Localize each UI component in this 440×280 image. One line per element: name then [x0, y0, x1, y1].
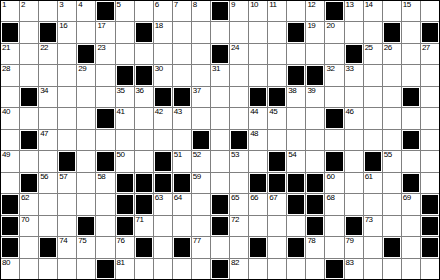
- cell-r10c20[interactable]: [364, 194, 382, 214]
- cell-r6c19[interactable]: 46: [345, 108, 363, 128]
- cell-r4c10[interactable]: [173, 65, 191, 85]
- cell-r10c13[interactable]: 65: [230, 194, 248, 214]
- cell-r10c18[interactable]: 68: [325, 194, 343, 214]
- cell-r12c9[interactable]: [154, 237, 172, 257]
- clue-number-42: 42: [155, 108, 163, 116]
- cell-r3c3[interactable]: 22: [39, 44, 57, 64]
- cell-r8c5[interactable]: [77, 151, 95, 171]
- cell-r7c19[interactable]: [345, 130, 363, 150]
- cell-r10c2[interactable]: 62: [20, 194, 38, 214]
- cell-r4c15[interactable]: [268, 65, 286, 85]
- cell-r13c15[interactable]: [268, 259, 286, 279]
- clue-number-67: 67: [269, 194, 277, 202]
- clue-number-14: 14: [365, 1, 373, 9]
- cell-r8c14[interactable]: [249, 151, 267, 171]
- cell-r3c21[interactable]: 26: [383, 44, 401, 64]
- cell-r6c7[interactable]: 41: [116, 108, 134, 128]
- cell-r12c12[interactable]: [211, 237, 229, 257]
- cell-r1c2[interactable]: 2: [20, 1, 38, 21]
- black-cell-r1c6: [96, 1, 114, 21]
- black-cell-r9c17: [306, 173, 324, 193]
- black-cell-r12c14: [249, 237, 267, 257]
- clue-number-57: 57: [59, 173, 67, 181]
- clue-number-77: 77: [193, 237, 201, 245]
- cell-r5c1[interactable]: [1, 87, 19, 107]
- cell-r13c22[interactable]: [402, 259, 420, 279]
- black-cell-r11c7: [116, 216, 134, 236]
- cell-r12c6[interactable]: [96, 237, 114, 257]
- clue-number-56: 56: [40, 173, 48, 181]
- clue-number-52: 52: [193, 151, 201, 159]
- cell-r3c7[interactable]: [116, 44, 134, 64]
- cell-r1c5[interactable]: 4: [77, 1, 95, 21]
- black-cell-r9c10: [173, 173, 191, 193]
- cell-r6c22[interactable]: [402, 108, 420, 128]
- cell-r4c1[interactable]: 28: [1, 65, 19, 85]
- cell-r2c10[interactable]: [173, 22, 191, 42]
- cell-r7c18[interactable]: [325, 130, 343, 150]
- cell-r12c11[interactable]: 77: [192, 237, 210, 257]
- black-cell-r8c18: [325, 151, 343, 171]
- cell-r12c15[interactable]: [268, 237, 286, 257]
- cell-r1c7[interactable]: 5: [116, 1, 134, 21]
- cell-r6c12[interactable]: [211, 108, 229, 128]
- cell-r1c22[interactable]: 15: [402, 1, 420, 21]
- black-cell-r9c2: [20, 173, 38, 193]
- clue-number-81: 81: [117, 259, 125, 267]
- cell-r11c15[interactable]: [268, 216, 286, 236]
- cell-r4c13[interactable]: [230, 65, 248, 85]
- cell-r6c15[interactable]: 45: [268, 108, 286, 128]
- cell-r13c8[interactable]: [135, 259, 153, 279]
- cell-r10c15[interactable]: 67: [268, 194, 286, 214]
- cell-r11c6[interactable]: [96, 216, 114, 236]
- cell-r8c1[interactable]: 49: [1, 151, 19, 171]
- cell-r13c7[interactable]: 81: [116, 259, 134, 279]
- cell-r13c2[interactable]: [20, 259, 38, 279]
- black-cell-r3c5: [77, 44, 95, 64]
- clue-number-53: 53: [231, 151, 239, 159]
- cell-r4c11[interactable]: [192, 65, 210, 85]
- clue-number-9: 9: [231, 1, 235, 9]
- cell-r2c4[interactable]: 16: [58, 22, 76, 42]
- cell-r13c9[interactable]: [154, 259, 172, 279]
- clue-number-40: 40: [2, 108, 10, 116]
- cell-r6c20[interactable]: [364, 108, 382, 128]
- clue-number-58: 58: [97, 173, 105, 181]
- cell-r1c21[interactable]: [383, 1, 401, 21]
- clue-number-64: 64: [174, 194, 182, 202]
- black-cell-r11c19: [345, 216, 363, 236]
- cell-r2c22[interactable]: [402, 22, 420, 42]
- black-cell-r7c2: [20, 130, 38, 150]
- clue-number-38: 38: [288, 87, 296, 95]
- cell-r7c21[interactable]: [383, 130, 401, 150]
- clue-number-61: 61: [365, 173, 373, 181]
- cell-r10c19[interactable]: [345, 194, 363, 214]
- cell-r7c4[interactable]: [58, 130, 76, 150]
- cell-r5c5[interactable]: [77, 87, 95, 107]
- cell-r13c23[interactable]: [421, 259, 439, 279]
- clue-number-41: 41: [117, 108, 125, 116]
- clue-number-34: 34: [40, 87, 48, 95]
- cell-r2c17[interactable]: 19: [306, 22, 324, 42]
- cell-r12c19[interactable]: 79: [345, 237, 363, 257]
- cell-r6c1[interactable]: 40: [1, 108, 19, 128]
- cell-r12c5[interactable]: 75: [77, 237, 95, 257]
- black-cell-r1c18: [325, 1, 343, 21]
- clue-number-74: 74: [59, 237, 67, 245]
- cell-r2c7[interactable]: [116, 22, 134, 42]
- cell-r6c14[interactable]: 44: [249, 108, 267, 128]
- cell-r11c2[interactable]: 70: [20, 216, 38, 236]
- clue-number-24: 24: [231, 44, 239, 52]
- cell-r9c19[interactable]: [345, 173, 363, 193]
- cell-r10c14[interactable]: 66: [249, 194, 267, 214]
- clue-number-68: 68: [326, 194, 334, 202]
- cell-r4c6[interactable]: [96, 65, 114, 85]
- cell-r5c11[interactable]: 37: [192, 87, 210, 107]
- cell-r2c14[interactable]: [249, 22, 267, 42]
- cell-r6c21[interactable]: [383, 108, 401, 128]
- black-cell-r8c9: [154, 151, 172, 171]
- cell-r1c20[interactable]: 14: [364, 1, 382, 21]
- cell-r4c22[interactable]: [402, 65, 420, 85]
- cell-r11c18[interactable]: [325, 216, 343, 236]
- cell-r7c7[interactable]: [116, 130, 134, 150]
- cell-r5c12[interactable]: [211, 87, 229, 107]
- cell-r6c5[interactable]: [77, 108, 95, 128]
- cell-r8c21[interactable]: 55: [383, 151, 401, 171]
- cell-r12c2[interactable]: [20, 237, 38, 257]
- clue-number-26: 26: [384, 44, 392, 52]
- cell-r9c11[interactable]: 59: [192, 173, 210, 193]
- cell-r10c22[interactable]: 69: [402, 194, 420, 214]
- cell-r5c17[interactable]: 39: [306, 87, 324, 107]
- cell-r4c19[interactable]: 33: [345, 65, 363, 85]
- black-cell-r12c16: [287, 237, 305, 257]
- black-cell-r12c10: [173, 237, 191, 257]
- cell-r10c10[interactable]: 64: [173, 194, 191, 214]
- cell-r13c14[interactable]: [249, 259, 267, 279]
- cell-r5c4[interactable]: [58, 87, 76, 107]
- black-cell-r4c17: [306, 65, 324, 85]
- cell-r6c10[interactable]: 43: [173, 108, 191, 128]
- cell-r9c12[interactable]: [211, 173, 229, 193]
- cell-r2c2[interactable]: [20, 22, 38, 42]
- cell-r3c9[interactable]: [154, 44, 172, 64]
- cell-r5c18[interactable]: [325, 87, 343, 107]
- cell-r7c10[interactable]: [173, 130, 191, 150]
- cell-r7c14[interactable]: 48: [249, 130, 267, 150]
- cell-r6c17[interactable]: [306, 108, 324, 128]
- cell-r8c17[interactable]: [306, 151, 324, 171]
- cell-r8c8[interactable]: [135, 151, 153, 171]
- black-cell-r11c17: [306, 216, 324, 236]
- cell-r13c4[interactable]: [58, 259, 76, 279]
- cell-r13c3[interactable]: [39, 259, 57, 279]
- cell-r1c14[interactable]: 10: [249, 1, 267, 21]
- cell-r3c6[interactable]: 23: [96, 44, 114, 64]
- cell-r10c3[interactable]: [39, 194, 57, 214]
- cell-r5c6[interactable]: [96, 87, 114, 107]
- cell-r9c20[interactable]: 61: [364, 173, 382, 193]
- clue-number-27: 27: [422, 44, 430, 52]
- cell-r10c4[interactable]: [58, 194, 76, 214]
- cell-r9c4[interactable]: 57: [58, 173, 76, 193]
- cell-r7c16[interactable]: [287, 130, 305, 150]
- black-cell-r6c6: [96, 108, 114, 128]
- cell-r3c18[interactable]: [325, 44, 343, 64]
- black-cell-r10c7: [116, 194, 134, 214]
- cell-r2c15[interactable]: [268, 22, 286, 42]
- cell-r10c9[interactable]: 63: [154, 194, 172, 214]
- cell-r10c5[interactable]: [77, 194, 95, 214]
- cell-r1c23[interactable]: [421, 1, 439, 21]
- cell-r6c9[interactable]: 42: [154, 108, 172, 128]
- black-cell-r6c18: [325, 108, 343, 128]
- black-cell-r10c23: [421, 194, 439, 214]
- clue-number-83: 83: [346, 259, 354, 267]
- cell-r5c16[interactable]: 38: [287, 87, 305, 107]
- cell-r8c7[interactable]: 50: [116, 151, 134, 171]
- cell-r9c23[interactable]: [421, 173, 439, 193]
- black-cell-r12c21: [383, 237, 401, 257]
- cell-r1c17[interactable]: 12: [306, 1, 324, 21]
- cell-r5c3[interactable]: 34: [39, 87, 57, 107]
- cell-r7c5[interactable]: [77, 130, 95, 150]
- cell-r3c16[interactable]: [287, 44, 305, 64]
- cell-r4c12[interactable]: 31: [211, 65, 229, 85]
- cell-r5c23[interactable]: [421, 87, 439, 107]
- cell-r7c9[interactable]: [154, 130, 172, 150]
- black-cell-r12c3: [39, 237, 57, 257]
- cell-r8c19[interactable]: [345, 151, 363, 171]
- cell-r4c14[interactable]: [249, 65, 267, 85]
- cell-r6c13[interactable]: [230, 108, 248, 128]
- cell-r3c20[interactable]: 25: [364, 44, 382, 64]
- cell-r9c5[interactable]: [77, 173, 95, 193]
- cell-r13c17[interactable]: [306, 259, 324, 279]
- cell-r13c1[interactable]: 80: [1, 259, 19, 279]
- cell-r11c16[interactable]: [287, 216, 305, 236]
- black-cell-r12c1: [1, 237, 19, 257]
- cell-r12c20[interactable]: [364, 237, 382, 257]
- cell-r11c3[interactable]: [39, 216, 57, 236]
- cell-r11c9[interactable]: [154, 216, 172, 236]
- cell-r7c1[interactable]: [1, 130, 19, 150]
- cell-r6c3[interactable]: [39, 108, 57, 128]
- cell-r12c7[interactable]: 76: [116, 237, 134, 257]
- cell-r2c9[interactable]: 18: [154, 22, 172, 42]
- cell-r11c20[interactable]: 73: [364, 216, 382, 236]
- clue-number-4: 4: [78, 1, 82, 9]
- cell-r1c15[interactable]: 11: [268, 1, 286, 21]
- clue-number-11: 11: [269, 1, 276, 9]
- cell-r7c15[interactable]: [268, 130, 286, 150]
- cell-r1c9[interactable]: 6: [154, 1, 172, 21]
- cell-r10c6[interactable]: [96, 194, 114, 214]
- cell-r13c13[interactable]: 82: [230, 259, 248, 279]
- cell-r8c16[interactable]: 54: [287, 151, 305, 171]
- clue-number-80: 80: [2, 259, 10, 267]
- cell-r4c20[interactable]: [364, 65, 382, 85]
- cell-r7c23[interactable]: [421, 130, 439, 150]
- cell-r3c23[interactable]: 27: [421, 44, 439, 64]
- cell-r13c11[interactable]: [192, 259, 210, 279]
- cell-r13c16[interactable]: [287, 259, 305, 279]
- crossword-grid: 1234567891011121314151617181920212223242…: [0, 0, 440, 280]
- cell-r12c18[interactable]: [325, 237, 343, 257]
- cell-r13c20[interactable]: [364, 259, 382, 279]
- cell-r13c19[interactable]: 83: [345, 259, 363, 279]
- cell-r2c18[interactable]: 20: [325, 22, 343, 42]
- cell-r9c13[interactable]: [230, 173, 248, 193]
- cell-r4c18[interactable]: 32: [325, 65, 343, 85]
- clue-number-78: 78: [307, 237, 315, 245]
- cell-r2c20[interactable]: [364, 22, 382, 42]
- cell-r1c4[interactable]: 3: [58, 1, 76, 21]
- cell-r4c21[interactable]: [383, 65, 401, 85]
- cell-r5c7[interactable]: 35: [116, 87, 134, 107]
- cell-r10c11[interactable]: [192, 194, 210, 214]
- cell-r11c21[interactable]: [383, 216, 401, 236]
- cell-r12c4[interactable]: 74: [58, 237, 76, 257]
- cell-r7c8[interactable]: [135, 130, 153, 150]
- cell-r3c17[interactable]: [306, 44, 324, 64]
- cell-r3c15[interactable]: [268, 44, 286, 64]
- cell-r8c22[interactable]: [402, 151, 420, 171]
- black-cell-r9c22: [402, 173, 420, 193]
- cell-r11c11[interactable]: [192, 216, 210, 236]
- cell-r1c13[interactable]: 9: [230, 1, 248, 21]
- cell-r2c6[interactable]: 17: [96, 22, 114, 42]
- clue-number-1: 1: [2, 1, 6, 9]
- cell-r7c17[interactable]: [306, 130, 324, 150]
- clue-number-66: 66: [250, 194, 258, 202]
- cell-r3c13[interactable]: 24: [230, 44, 248, 64]
- cell-r4c3[interactable]: [39, 65, 57, 85]
- cell-r13c10[interactable]: [173, 259, 191, 279]
- cell-r12c13[interactable]: [230, 237, 248, 257]
- cell-r12c22[interactable]: [402, 237, 420, 257]
- cell-r8c10[interactable]: 51: [173, 151, 191, 171]
- cell-r2c13[interactable]: [230, 22, 248, 42]
- cell-r2c5[interactable]: [77, 22, 95, 42]
- cell-r4c2[interactable]: [20, 65, 38, 85]
- cell-r1c1[interactable]: 1: [1, 1, 19, 21]
- cell-r7c20[interactable]: [364, 130, 382, 150]
- cell-r3c11[interactable]: [192, 44, 210, 64]
- black-cell-r10c16: [287, 194, 305, 214]
- cell-r1c8[interactable]: [135, 1, 153, 21]
- cell-r8c11[interactable]: 52: [192, 151, 210, 171]
- cell-r8c13[interactable]: 53: [230, 151, 248, 171]
- cell-r5c21[interactable]: [383, 87, 401, 107]
- black-cell-r9c8: [135, 173, 153, 193]
- cell-r1c10[interactable]: 7: [173, 1, 191, 21]
- cell-r5c8[interactable]: 36: [135, 87, 153, 107]
- cell-r6c16[interactable]: [287, 108, 305, 128]
- cell-r2c11[interactable]: [192, 22, 210, 42]
- cell-r11c8[interactable]: 71: [135, 216, 153, 236]
- cell-r1c16[interactable]: [287, 1, 305, 21]
- cell-r4c23[interactable]: [421, 65, 439, 85]
- black-cell-r7c13: [230, 130, 248, 150]
- cell-r6c11[interactable]: [192, 108, 210, 128]
- cell-r3c4[interactable]: [58, 44, 76, 64]
- cell-r4c4[interactable]: [58, 65, 76, 85]
- cell-r9c6[interactable]: 58: [96, 173, 114, 193]
- black-cell-r7c11: [192, 130, 210, 150]
- cell-r9c21[interactable]: [383, 173, 401, 193]
- cell-r3c8[interactable]: [135, 44, 153, 64]
- cell-r11c10[interactable]: [173, 216, 191, 236]
- cell-r3c10[interactable]: [173, 44, 191, 64]
- cell-r4c5[interactable]: 29: [77, 65, 95, 85]
- clue-number-29: 29: [78, 65, 86, 73]
- cell-r11c22[interactable]: [402, 216, 420, 236]
- cell-r6c4[interactable]: [58, 108, 76, 128]
- cell-r3c22[interactable]: [402, 44, 420, 64]
- cell-r6c8[interactable]: [135, 108, 153, 128]
- cell-r10c21[interactable]: [383, 194, 401, 214]
- cell-r9c1[interactable]: [1, 173, 19, 193]
- cell-r5c19[interactable]: [345, 87, 363, 107]
- cell-r7c3[interactable]: 47: [39, 130, 57, 150]
- cell-r3c1[interactable]: 21: [1, 44, 19, 64]
- clue-number-44: 44: [250, 108, 258, 116]
- cell-r11c13[interactable]: 72: [230, 216, 248, 236]
- black-cell-r2c1: [1, 22, 19, 42]
- cell-r6c2[interactable]: [20, 108, 38, 128]
- cell-r3c14[interactable]: [249, 44, 267, 64]
- cell-r13c5[interactable]: [77, 259, 95, 279]
- clue-number-36: 36: [136, 87, 144, 95]
- cell-r2c19[interactable]: [345, 22, 363, 42]
- cell-r3c2[interactable]: [20, 44, 38, 64]
- cell-r8c23[interactable]: [421, 151, 439, 171]
- cell-r8c3[interactable]: [39, 151, 57, 171]
- cell-r4c9[interactable]: 30: [154, 65, 172, 85]
- clue-number-2: 2: [21, 1, 25, 9]
- black-cell-r11c1: [1, 216, 19, 236]
- cell-r1c19[interactable]: 13: [345, 1, 363, 21]
- cell-r11c14[interactable]: [249, 216, 267, 236]
- cell-r9c18[interactable]: 60: [325, 173, 343, 193]
- cell-r5c13[interactable]: [230, 87, 248, 107]
- cell-r7c6[interactable]: [96, 130, 114, 150]
- clue-number-62: 62: [21, 194, 29, 202]
- black-cell-r5c15: [268, 87, 286, 107]
- cell-r12c17[interactable]: 78: [306, 237, 324, 257]
- cell-r1c11[interactable]: 8: [192, 1, 210, 21]
- cell-r6c23[interactable]: [421, 108, 439, 128]
- black-cell-r4c16: [287, 65, 305, 85]
- cell-r2c12[interactable]: [211, 22, 229, 42]
- cell-r8c2[interactable]: [20, 151, 38, 171]
- clue-number-21: 21: [2, 44, 10, 52]
- cell-r1c3[interactable]: [39, 1, 57, 21]
- cell-r9c3[interactable]: 56: [39, 173, 57, 193]
- cell-r7c12[interactable]: [211, 130, 229, 150]
- cell-r5c20[interactable]: [364, 87, 382, 107]
- cell-r8c12[interactable]: [211, 151, 229, 171]
- cell-r11c4[interactable]: [58, 216, 76, 236]
- cell-r13c21[interactable]: [383, 259, 401, 279]
- black-cell-r9c7: [116, 173, 134, 193]
- clue-number-71: 71: [136, 216, 144, 224]
